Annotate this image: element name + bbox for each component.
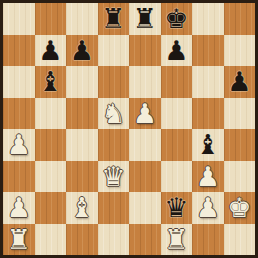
square-b2[interactable] (35, 192, 67, 224)
square-f6[interactable] (161, 66, 193, 98)
square-e8[interactable]: ♜ (129, 3, 161, 35)
square-d3[interactable]: ♛ (98, 161, 130, 193)
square-a1[interactable]: ♜ (3, 224, 35, 256)
square-g3[interactable]: ♟ (192, 161, 224, 193)
square-a8[interactable] (3, 3, 35, 35)
square-g1[interactable] (192, 224, 224, 256)
square-d2[interactable] (98, 192, 130, 224)
square-e3[interactable] (129, 161, 161, 193)
square-b4[interactable] (35, 129, 67, 161)
square-d7[interactable] (98, 35, 130, 67)
square-h7[interactable] (224, 35, 256, 67)
square-e4[interactable] (129, 129, 161, 161)
square-g7[interactable] (192, 35, 224, 67)
square-a6[interactable] (3, 66, 35, 98)
square-b1[interactable] (35, 224, 67, 256)
square-e2[interactable] (129, 192, 161, 224)
square-c7[interactable]: ♟ (66, 35, 98, 67)
square-f3[interactable] (161, 161, 193, 193)
piece-white-king[interactable]: ♚ (227, 194, 251, 221)
piece-white-queen[interactable]: ♛ (101, 163, 125, 190)
piece-white-pawn[interactable]: ♟ (7, 131, 31, 158)
square-h3[interactable] (224, 161, 256, 193)
piece-black-rook[interactable]: ♜ (133, 5, 157, 32)
square-c5[interactable] (66, 98, 98, 130)
square-c6[interactable] (66, 66, 98, 98)
square-c1[interactable] (66, 224, 98, 256)
square-c4[interactable] (66, 129, 98, 161)
piece-black-pawn[interactable]: ♟ (38, 37, 62, 64)
square-d6[interactable] (98, 66, 130, 98)
square-h6[interactable]: ♟ (224, 66, 256, 98)
square-c8[interactable] (66, 3, 98, 35)
piece-black-rook[interactable]: ♜ (101, 5, 125, 32)
square-g2[interactable]: ♟ (192, 192, 224, 224)
piece-white-pawn[interactable]: ♟ (196, 194, 220, 221)
square-e6[interactable] (129, 66, 161, 98)
square-d8[interactable]: ♜ (98, 3, 130, 35)
square-b8[interactable] (35, 3, 67, 35)
piece-white-pawn[interactable]: ♟ (196, 163, 220, 190)
square-f4[interactable] (161, 129, 193, 161)
square-h1[interactable] (224, 224, 256, 256)
square-f8[interactable]: ♚ (161, 3, 193, 35)
square-g6[interactable] (192, 66, 224, 98)
square-c2[interactable]: ♝ (66, 192, 98, 224)
square-e7[interactable] (129, 35, 161, 67)
chess-board-frame: ♜♜♚♟♟♟♝♟♞♟♟♝♛♟♟♝♛♟♚♜♜ (0, 0, 258, 258)
square-d4[interactable] (98, 129, 130, 161)
square-b7[interactable]: ♟ (35, 35, 67, 67)
piece-white-rook[interactable]: ♜ (7, 226, 31, 253)
piece-white-knight[interactable]: ♞ (101, 100, 125, 127)
square-h4[interactable] (224, 129, 256, 161)
square-f2[interactable]: ♛ (161, 192, 193, 224)
piece-black-queen[interactable]: ♛ (164, 194, 188, 221)
square-b3[interactable] (35, 161, 67, 193)
square-d5[interactable]: ♞ (98, 98, 130, 130)
piece-black-bishop[interactable]: ♝ (196, 131, 220, 158)
square-b6[interactable]: ♝ (35, 66, 67, 98)
piece-white-bishop[interactable]: ♝ (70, 194, 94, 221)
square-a5[interactable] (3, 98, 35, 130)
square-g4[interactable]: ♝ (192, 129, 224, 161)
square-h5[interactable] (224, 98, 256, 130)
square-d1[interactable] (98, 224, 130, 256)
piece-black-pawn[interactable]: ♟ (70, 37, 94, 64)
piece-white-rook[interactable]: ♜ (164, 226, 188, 253)
chess-board: ♜♜♚♟♟♟♝♟♞♟♟♝♛♟♟♝♛♟♚♜♜ (3, 3, 255, 255)
square-f1[interactable]: ♜ (161, 224, 193, 256)
piece-black-pawn[interactable]: ♟ (227, 68, 251, 95)
square-g8[interactable] (192, 3, 224, 35)
square-f7[interactable]: ♟ (161, 35, 193, 67)
square-a2[interactable]: ♟ (3, 192, 35, 224)
piece-black-pawn[interactable]: ♟ (164, 37, 188, 64)
square-h8[interactable] (224, 3, 256, 35)
piece-black-bishop[interactable]: ♝ (38, 68, 62, 95)
square-e1[interactable] (129, 224, 161, 256)
piece-white-pawn[interactable]: ♟ (7, 194, 31, 221)
square-a7[interactable] (3, 35, 35, 67)
piece-white-pawn[interactable]: ♟ (133, 100, 157, 127)
square-a4[interactable]: ♟ (3, 129, 35, 161)
square-e5[interactable]: ♟ (129, 98, 161, 130)
piece-black-king[interactable]: ♚ (164, 5, 188, 32)
square-b5[interactable] (35, 98, 67, 130)
square-a3[interactable] (3, 161, 35, 193)
square-h2[interactable]: ♚ (224, 192, 256, 224)
square-f5[interactable] (161, 98, 193, 130)
square-g5[interactable] (192, 98, 224, 130)
square-c3[interactable] (66, 161, 98, 193)
